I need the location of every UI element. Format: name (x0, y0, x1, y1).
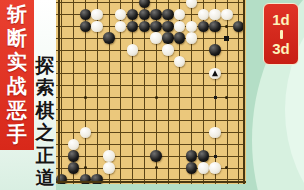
rank-bottom: 3d (272, 41, 290, 57)
black-stone (80, 21, 91, 32)
white-stone (103, 162, 114, 173)
star-point (225, 25, 228, 28)
black-stone (162, 32, 173, 43)
banner-character: 恶 (7, 98, 27, 122)
star-point (84, 166, 87, 169)
black-stone (198, 21, 209, 32)
star-point (225, 166, 228, 169)
red-title-banner: 斩断实战恶手 (0, 0, 34, 150)
white-stone (115, 21, 126, 32)
black-stone (186, 150, 197, 161)
black-stone (209, 44, 220, 55)
white-stone (91, 9, 102, 20)
banner-character: 战 (7, 74, 27, 98)
black-stone (127, 21, 138, 32)
triangle-marker (212, 71, 218, 77)
tagline-character: 棋 (36, 100, 55, 122)
dot-marker (214, 96, 217, 99)
white-stone (80, 127, 91, 138)
black-stone (198, 150, 209, 161)
white-stone (68, 139, 79, 150)
white-stone (209, 9, 220, 20)
black-stone (209, 21, 220, 32)
rank-top: 1d (272, 12, 290, 28)
white-stone (91, 21, 102, 32)
white-stone (209, 127, 220, 138)
white-stone (174, 21, 185, 32)
banner-character: 手 (7, 122, 27, 146)
white-stone (115, 9, 126, 20)
square-marker (224, 36, 229, 41)
tagline-character: 探 (36, 55, 55, 77)
black-stone (139, 9, 150, 20)
white-stone (174, 56, 185, 67)
banner-character: 实 (7, 50, 27, 74)
board-left-edge (58, 0, 60, 184)
star-point (225, 96, 228, 99)
rank-divider-bar (280, 30, 283, 39)
star-point (84, 96, 87, 99)
black-stone (150, 9, 161, 20)
board-right-edge (243, 0, 245, 184)
white-stone (221, 9, 232, 20)
tagline-text: 探索棋之正道 (34, 55, 56, 189)
black-stone (139, 21, 150, 32)
white-stone (103, 150, 114, 161)
go-board-grid (56, 0, 245, 184)
banner-character: 断 (7, 26, 27, 50)
black-stone (150, 21, 161, 32)
black-stone (150, 150, 161, 161)
black-stone (68, 150, 79, 161)
star-point (155, 166, 158, 169)
white-stone (209, 68, 220, 79)
black-stone (68, 162, 79, 173)
white-stone (209, 162, 220, 173)
white-stone (127, 44, 138, 55)
tagline-character: 索 (36, 77, 55, 99)
white-stone (150, 32, 161, 43)
black-stone (127, 9, 138, 20)
black-stone (139, 0, 150, 8)
white-stone (186, 32, 197, 43)
white-stone (198, 9, 209, 20)
black-stone (80, 9, 91, 20)
black-stone (162, 21, 173, 32)
star-point (155, 96, 158, 99)
tagline-character: 之 (36, 122, 55, 144)
rank-range-badge: 1d 3d (263, 3, 299, 65)
black-stone (103, 32, 114, 43)
board-bottom-edge (56, 181, 246, 183)
dot-marker (214, 155, 217, 158)
tagline-character: 道 (36, 167, 55, 189)
tagline-character: 正 (36, 145, 55, 167)
white-stone (162, 44, 173, 55)
black-stone (174, 32, 185, 43)
go-board (56, 0, 246, 184)
white-stone (174, 9, 185, 20)
white-stone (186, 0, 197, 8)
black-stone (186, 162, 197, 173)
banner-character: 斩 (7, 2, 27, 26)
white-stone (198, 162, 209, 173)
white-stone (186, 21, 197, 32)
black-stone (162, 9, 173, 20)
